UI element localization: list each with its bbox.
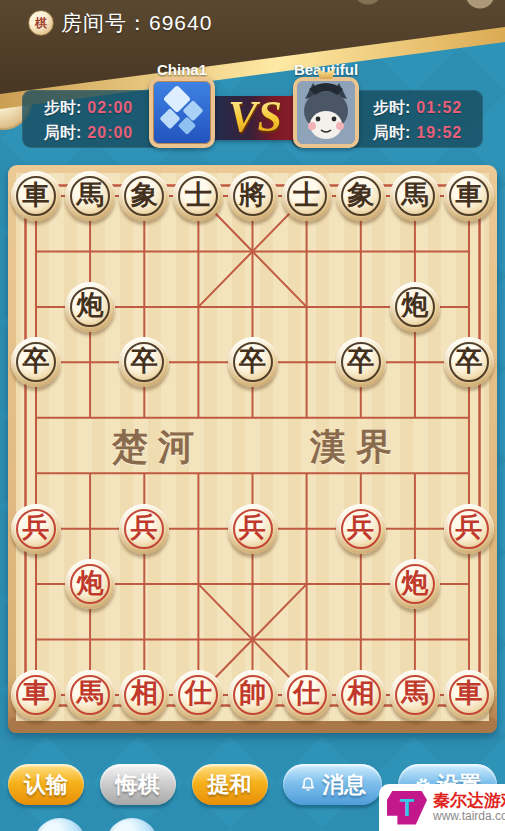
piece-red-兵[interactable]: 兵 [119, 504, 169, 554]
watermark-site-url: www.tairda.com [433, 810, 505, 823]
watermark-site-name: 秦尔达游戏网 [433, 792, 505, 811]
resign-button[interactable]: 认输 [8, 764, 84, 805]
room-number: 69640 [149, 11, 212, 34]
room-info: 棋 房间号：69640 [28, 9, 212, 37]
room-number-label: 房间号：69640 [61, 9, 212, 37]
undo-move-button[interactable]: 悔棋 [100, 764, 176, 805]
piece-red-帥[interactable]: 帥 [228, 670, 278, 720]
right-game-time-label: 局时: [373, 122, 410, 143]
piece-black-馬[interactable]: 馬 [390, 171, 440, 221]
right-game-time-value: 19:52 [416, 122, 462, 143]
river-label-right: 漢界 [310, 423, 402, 472]
piece-red-相[interactable]: 相 [336, 670, 386, 720]
piece-black-士[interactable]: 士 [173, 171, 223, 221]
xiangqi-game-screen: 棋 房间号：69640 步时:02:00 局时:20:00 步时:01:52 局… [0, 0, 505, 831]
right-move-time-value: 01:52 [416, 97, 462, 118]
piece-red-炮[interactable]: 炮 [390, 559, 440, 609]
cartoon-wolf-avatar [297, 81, 355, 144]
piece-red-馬[interactable]: 馬 [390, 670, 440, 720]
bubble-button-1[interactable] [34, 818, 86, 831]
piece-red-車[interactable]: 車 [11, 670, 61, 720]
piece-black-車[interactable]: 車 [444, 171, 494, 221]
left-move-time-value: 02:00 [87, 97, 133, 118]
piece-black-將[interactable]: 將 [228, 171, 278, 221]
right-player-avatar [293, 77, 359, 148]
piece-red-兵[interactable]: 兵 [336, 504, 386, 554]
piece-black-士[interactable]: 士 [282, 171, 332, 221]
piece-red-仕[interactable]: 仕 [282, 670, 332, 720]
piece-black-馬[interactable]: 馬 [65, 171, 115, 221]
left-game-time-label: 局时: [44, 122, 81, 143]
watermark-logo-icon: T [387, 791, 427, 825]
left-move-time-label: 步时: [44, 97, 81, 118]
message-button[interactable]: 消息 [283, 764, 382, 805]
piece-red-仕[interactable]: 仕 [173, 670, 223, 720]
diamonds-logo-icon [153, 81, 211, 144]
board-grid [8, 165, 497, 733]
right-move-time-label: 步时: [373, 97, 410, 118]
piece-black-卒[interactable]: 卒 [11, 337, 61, 387]
piece-black-炮[interactable]: 炮 [390, 282, 440, 332]
piece-red-馬[interactable]: 馬 [65, 670, 115, 720]
left-player-name: China1 [122, 61, 242, 78]
river-label-left: 楚河 [112, 423, 204, 472]
piece-black-象[interactable]: 象 [336, 171, 386, 221]
piece-red-炮[interactable]: 炮 [65, 559, 115, 609]
bubble-button-2[interactable] [106, 818, 158, 831]
piece-black-卒[interactable]: 卒 [336, 337, 386, 387]
left-game-time-value: 20:00 [87, 122, 133, 143]
piece-black-卒[interactable]: 卒 [119, 337, 169, 387]
piece-black-卒[interactable]: 卒 [444, 337, 494, 387]
piece-red-兵[interactable]: 兵 [11, 504, 61, 554]
watermark-badge: T 秦尔达游戏网 www.tairda.com [379, 784, 505, 831]
piece-red-兵[interactable]: 兵 [444, 504, 494, 554]
piece-red-兵[interactable]: 兵 [228, 504, 278, 554]
vs-ribbon: VS [205, 96, 305, 140]
piece-black-炮[interactable]: 炮 [65, 282, 115, 332]
bell-icon [299, 776, 317, 794]
piece-black-象[interactable]: 象 [119, 171, 169, 221]
vs-label: VS [228, 91, 282, 142]
piece-red-車[interactable]: 車 [444, 670, 494, 720]
piece-black-車[interactable]: 車 [11, 171, 61, 221]
piece-black-卒[interactable]: 卒 [228, 337, 278, 387]
xiangqi-board[interactable]: 楚河 漢界 車馬象士將士象馬車炮炮卒卒卒卒卒兵兵兵兵兵炮炮車馬相仕帥仕相馬車 [8, 165, 497, 733]
offer-draw-button[interactable]: 提和 [192, 764, 268, 805]
room-piece-icon: 棋 [28, 10, 54, 36]
left-player-avatar [149, 77, 215, 148]
piece-red-相[interactable]: 相 [119, 670, 169, 720]
